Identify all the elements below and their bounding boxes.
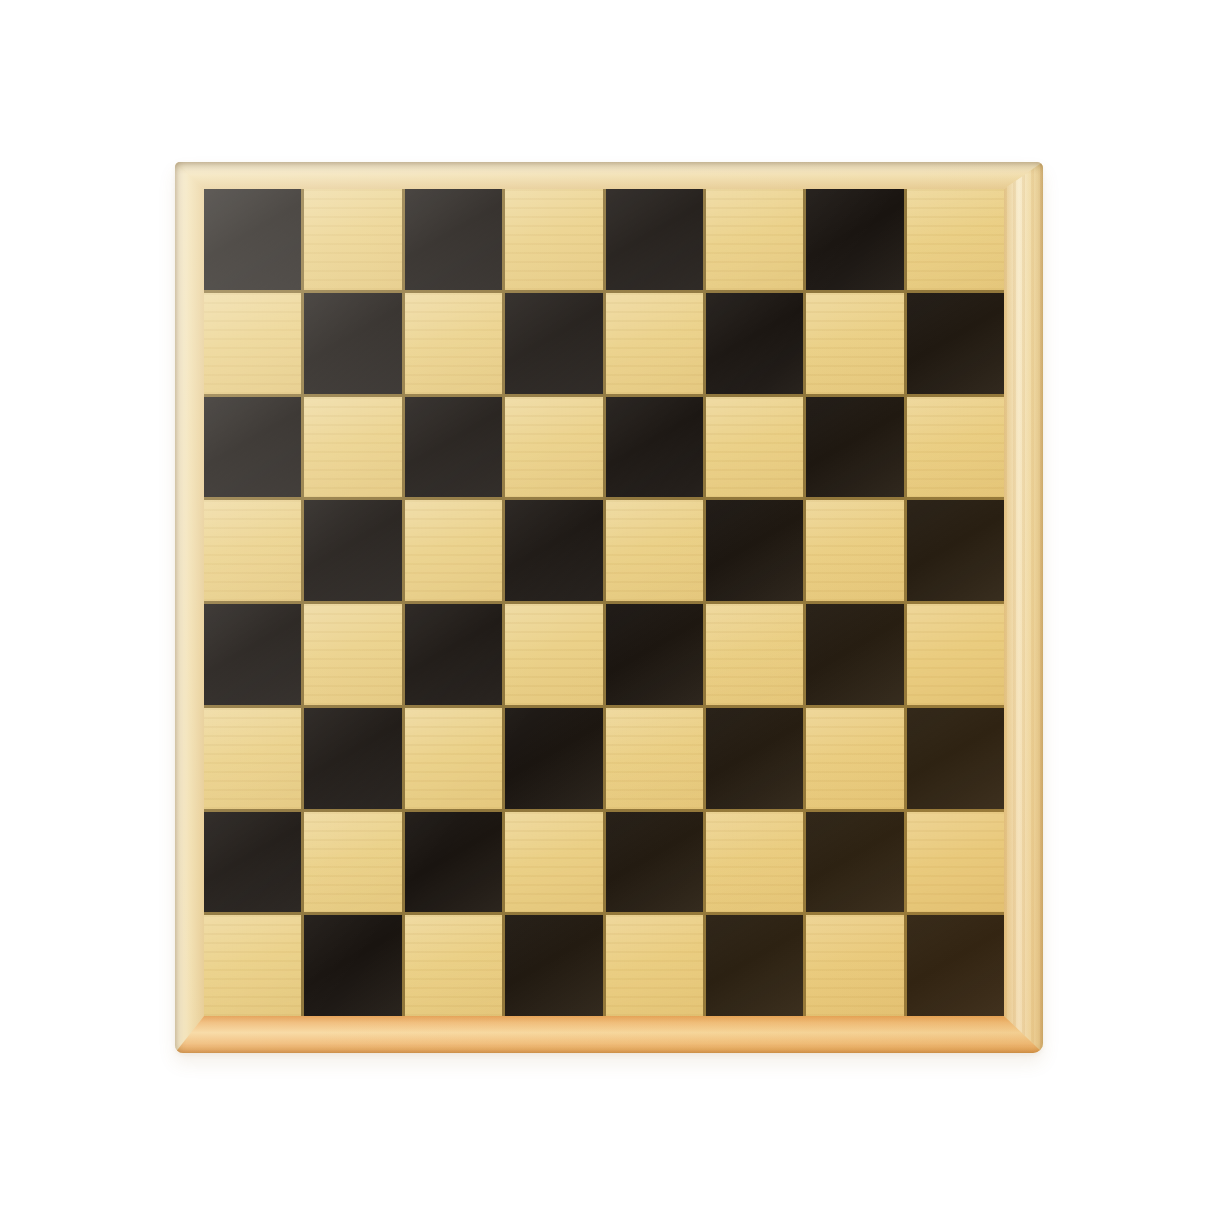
square-h1[interactable] <box>907 915 1004 1016</box>
square-a1[interactable] <box>204 915 301 1016</box>
square-e5[interactable] <box>606 500 703 601</box>
square-c2[interactable] <box>405 812 502 913</box>
square-a8[interactable] <box>204 189 301 290</box>
square-h7[interactable] <box>907 293 1004 394</box>
square-f1[interactable] <box>706 915 803 1016</box>
frame-left-rail <box>175 162 204 1053</box>
square-c4[interactable] <box>405 604 502 705</box>
square-c1[interactable] <box>405 915 502 1016</box>
square-g4[interactable] <box>806 604 903 705</box>
square-f7[interactable] <box>706 293 803 394</box>
square-h8[interactable] <box>907 189 1004 290</box>
square-b1[interactable] <box>304 915 401 1016</box>
square-g7[interactable] <box>806 293 903 394</box>
photo-background <box>0 0 1214 1214</box>
square-h6[interactable] <box>907 397 1004 498</box>
square-d1[interactable] <box>505 915 602 1016</box>
square-c7[interactable] <box>405 293 502 394</box>
square-b5[interactable] <box>304 500 401 601</box>
square-a5[interactable] <box>204 500 301 601</box>
square-d3[interactable] <box>505 708 602 809</box>
square-a6[interactable] <box>204 397 301 498</box>
square-e6[interactable] <box>606 397 703 498</box>
square-h5[interactable] <box>907 500 1004 601</box>
board <box>204 189 1004 1016</box>
square-d2[interactable] <box>505 812 602 913</box>
square-a3[interactable] <box>204 708 301 809</box>
square-f3[interactable] <box>706 708 803 809</box>
square-g1[interactable] <box>806 915 903 1016</box>
square-e2[interactable] <box>606 812 703 913</box>
square-a7[interactable] <box>204 293 301 394</box>
square-e4[interactable] <box>606 604 703 705</box>
square-d7[interactable] <box>505 293 602 394</box>
square-e7[interactable] <box>606 293 703 394</box>
wooden-frame <box>175 162 1043 1053</box>
frame-top-rail <box>175 162 1043 189</box>
square-d4[interactable] <box>505 604 602 705</box>
square-g2[interactable] <box>806 812 903 913</box>
square-b7[interactable] <box>304 293 401 394</box>
square-f4[interactable] <box>706 604 803 705</box>
square-d8[interactable] <box>505 189 602 290</box>
square-f2[interactable] <box>706 812 803 913</box>
square-g5[interactable] <box>806 500 903 601</box>
frame-bottom-rail <box>175 1016 1043 1053</box>
square-b3[interactable] <box>304 708 401 809</box>
square-f6[interactable] <box>706 397 803 498</box>
square-g3[interactable] <box>806 708 903 809</box>
frame-right-rail <box>1004 162 1043 1053</box>
square-b2[interactable] <box>304 812 401 913</box>
square-g6[interactable] <box>806 397 903 498</box>
square-d5[interactable] <box>505 500 602 601</box>
square-c8[interactable] <box>405 189 502 290</box>
square-e8[interactable] <box>606 189 703 290</box>
square-c3[interactable] <box>405 708 502 809</box>
square-g8[interactable] <box>806 189 903 290</box>
square-c5[interactable] <box>405 500 502 601</box>
square-f8[interactable] <box>706 189 803 290</box>
square-h3[interactable] <box>907 708 1004 809</box>
square-b4[interactable] <box>304 604 401 705</box>
square-a4[interactable] <box>204 604 301 705</box>
square-h4[interactable] <box>907 604 1004 705</box>
square-b6[interactable] <box>304 397 401 498</box>
square-h2[interactable] <box>907 812 1004 913</box>
square-c6[interactable] <box>405 397 502 498</box>
square-f5[interactable] <box>706 500 803 601</box>
square-b8[interactable] <box>304 189 401 290</box>
square-a2[interactable] <box>204 812 301 913</box>
square-d6[interactable] <box>505 397 602 498</box>
square-e3[interactable] <box>606 708 703 809</box>
square-e1[interactable] <box>606 915 703 1016</box>
